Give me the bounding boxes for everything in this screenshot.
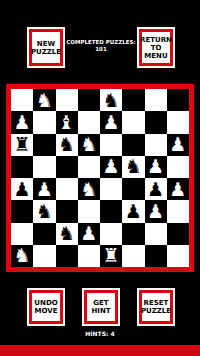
completed-puzzles-label: COMPLETED PUZZLES: (60, 39, 142, 46)
hints-counter: HINTS: 4 (0, 330, 200, 338)
board-square[interactable]: ♟ (100, 111, 122, 133)
board-square[interactable]: ♟ (145, 200, 167, 222)
app-root: NEW PUZZLE COMPLETED PUZZLES: 101 RETURN… (0, 0, 200, 356)
chess-piece[interactable]: ♟ (145, 156, 167, 178)
board-square[interactable] (167, 89, 189, 111)
board-square[interactable] (145, 245, 167, 267)
board-square[interactable] (122, 89, 144, 111)
board-square[interactable]: ♞ (11, 245, 33, 267)
board-square[interactable]: ♞ (33, 200, 55, 222)
board-square[interactable] (11, 156, 33, 178)
board-square[interactable] (100, 200, 122, 222)
board-square[interactable] (56, 245, 78, 267)
undo-label-line2: MOVE (35, 307, 58, 315)
undo-move-button-frame: UNDO MOVE (29, 290, 63, 324)
board-square[interactable] (145, 223, 167, 245)
new-puzzle-button-frame: NEW PUZZLE (29, 29, 63, 66)
board-square[interactable] (33, 245, 55, 267)
chess-piece[interactable]: ♟ (145, 200, 167, 222)
board-square[interactable] (56, 200, 78, 222)
board-square[interactable] (167, 156, 189, 178)
board-square[interactable]: ♟ (11, 111, 33, 133)
board-square[interactable] (11, 89, 33, 111)
chess-piece[interactable]: ♟ (122, 200, 144, 222)
board-square[interactable]: ♟ (167, 134, 189, 156)
chess-piece[interactable]: ♞ (33, 89, 55, 111)
board-square[interactable] (122, 134, 144, 156)
chess-piece[interactable]: ♜ (11, 134, 33, 156)
undo-move-button[interactable]: UNDO MOVE (27, 288, 65, 326)
undo-label-line1: UNDO (34, 299, 57, 307)
board-square[interactable] (56, 89, 78, 111)
chess-piece[interactable]: ♟ (33, 178, 55, 200)
board-square[interactable] (33, 134, 55, 156)
reset-puzzle-button[interactable]: RESET PUZZLE (137, 288, 175, 326)
board-square[interactable] (167, 223, 189, 245)
new-puzzle-label-line2: PUZZLE (31, 48, 61, 56)
board-square[interactable] (100, 178, 122, 200)
new-puzzle-label-line1: NEW (37, 40, 55, 48)
reset-puzzle-button-frame: RESET PUZZLE (139, 290, 173, 324)
chess-piece[interactable]: ♞ (56, 134, 78, 156)
return-label-line3: MENU (144, 52, 167, 60)
hint-label-line2: HINT (91, 307, 110, 315)
board-square[interactable] (145, 134, 167, 156)
board-square[interactable] (11, 200, 33, 222)
chess-piece[interactable]: ♟ (100, 111, 122, 133)
board-square[interactable]: ♞ (56, 223, 78, 245)
board-square[interactable]: ♞ (100, 89, 122, 111)
chess-piece[interactable]: ♟ (145, 178, 167, 200)
board-square[interactable] (33, 223, 55, 245)
board-square[interactable]: ♞ (78, 134, 100, 156)
board-square[interactable] (78, 156, 100, 178)
return-to-menu-button[interactable]: RETURN TO MENU (137, 27, 175, 68)
board-square[interactable]: ♞ (78, 178, 100, 200)
board-square[interactable] (145, 89, 167, 111)
chess-piece[interactable]: ♟ (11, 111, 33, 133)
chess-piece[interactable]: ♟ (167, 178, 189, 200)
return-label-line1: RETURN (140, 36, 172, 44)
reset-label-line1: RESET (144, 299, 169, 307)
chess-piece[interactable]: ♜ (100, 245, 122, 267)
bottom-red-bar (0, 345, 200, 356)
board-square[interactable]: ♟ (145, 178, 167, 200)
board-square[interactable] (167, 200, 189, 222)
hint-label-line1: GET (93, 299, 108, 307)
return-label-line2: TO (151, 44, 162, 52)
chess-piece[interactable]: ♟ (78, 223, 100, 245)
board-square[interactable] (11, 223, 33, 245)
board-square[interactable]: ♟ (167, 178, 189, 200)
board-square[interactable] (78, 245, 100, 267)
board-square[interactable] (78, 111, 100, 133)
chess-piece[interactable]: ♟ (100, 156, 122, 178)
completed-puzzles-count: 101 (60, 46, 142, 53)
board-square[interactable] (122, 223, 144, 245)
get-hint-button-frame: GET HINT (84, 290, 118, 324)
reset-label-line2: PUZZLE (141, 307, 171, 315)
board-square[interactable] (33, 156, 55, 178)
board-square[interactable]: ♜ (11, 134, 33, 156)
return-to-menu-button-frame: RETURN TO MENU (139, 29, 173, 66)
board-square[interactable] (122, 245, 144, 267)
chess-piece[interactable]: ♞ (78, 178, 100, 200)
board-square[interactable]: ♟ (11, 178, 33, 200)
chess-board: ♞♞♟♝♟♜♞♞♟♟♞♟♟♟♞♟♟♞♟♟♞♟♞♜ (6, 84, 194, 272)
board-square[interactable]: ♟ (145, 156, 167, 178)
board-square[interactable]: ♞ (122, 156, 144, 178)
board-grid: ♞♞♟♝♟♜♞♞♟♟♞♟♟♟♞♟♟♞♟♟♞♟♞♜ (11, 89, 189, 267)
get-hint-button[interactable]: GET HINT (82, 288, 120, 326)
board-square[interactable]: ♝ (56, 111, 78, 133)
board-square[interactable]: ♜ (100, 245, 122, 267)
board-square[interactable] (167, 245, 189, 267)
board-square[interactable]: ♟ (78, 223, 100, 245)
board-square[interactable] (122, 111, 144, 133)
chess-piece[interactable]: ♞ (56, 223, 78, 245)
board-square[interactable] (122, 178, 144, 200)
chess-piece[interactable]: ♞ (78, 134, 100, 156)
board-square[interactable] (100, 223, 122, 245)
chess-piece[interactable]: ♞ (122, 156, 144, 178)
chess-piece[interactable]: ♝ (56, 111, 78, 133)
board-square[interactable] (167, 111, 189, 133)
chess-piece[interactable]: ♟ (167, 134, 189, 156)
board-square[interactable] (145, 111, 167, 133)
board-square[interactable] (100, 134, 122, 156)
board-square[interactable] (78, 89, 100, 111)
chess-piece[interactable]: ♞ (11, 245, 33, 267)
board-square[interactable]: ♟ (33, 178, 55, 200)
chess-piece[interactable]: ♞ (33, 200, 55, 222)
chess-piece[interactable]: ♟ (11, 178, 33, 200)
chess-piece[interactable]: ♞ (100, 89, 122, 111)
board-square[interactable] (56, 156, 78, 178)
board-square[interactable]: ♟ (100, 156, 122, 178)
board-square[interactable] (33, 111, 55, 133)
completed-puzzles: COMPLETED PUZZLES: 101 (60, 39, 142, 53)
board-square[interactable] (56, 178, 78, 200)
board-square[interactable]: ♞ (33, 89, 55, 111)
board-square[interactable]: ♟ (122, 200, 144, 222)
board-square[interactable] (78, 200, 100, 222)
board-square[interactable]: ♞ (56, 134, 78, 156)
